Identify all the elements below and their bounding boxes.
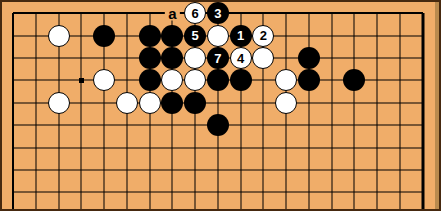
move-number: 1 [237, 29, 244, 42]
intersection-r5c18 [411, 114, 434, 136]
intersection-r7c9 [207, 159, 230, 181]
grid-line-v [308, 159, 309, 181]
grid-line-v [149, 114, 150, 136]
intersection-r0c16 [366, 2, 389, 24]
intersection-r4c3 [70, 92, 93, 114]
intersection-r3c13 [298, 69, 321, 91]
grid-line-v [354, 159, 355, 181]
grid-line-v [263, 159, 264, 181]
black-stone-r4c7 [161, 92, 183, 114]
grid-line-v [354, 24, 355, 46]
intersection-r7c4 [93, 159, 116, 181]
intersection-r0c6 [138, 2, 161, 24]
intersection-r4c7 [161, 92, 184, 114]
intersection-r9c3 [70, 204, 93, 211]
intersection-r9c9 [207, 204, 230, 211]
intersection-r8c11 [252, 181, 275, 203]
grid-line-v [421, 24, 424, 46]
white-stone-r2c8 [184, 47, 206, 69]
move-6-white-stone-r0c8: 6 [184, 2, 206, 24]
grid-line-h [13, 102, 24, 103]
grid-line-v [172, 159, 173, 181]
intersection-r6c9 [207, 136, 230, 158]
intersection-r6c3 [70, 136, 93, 158]
grid-line-v [195, 181, 196, 203]
intersection-r0c17 [389, 2, 412, 24]
grid-line-v [421, 159, 424, 181]
grid-line-v [263, 69, 264, 91]
intersection-r3c7 [161, 69, 184, 91]
intersection-r2c13 [298, 47, 321, 69]
grid-line-v [81, 181, 82, 203]
star-point [79, 78, 84, 83]
intersection-r4c17 [389, 92, 412, 114]
intersection-r8c14 [320, 181, 343, 203]
grid-line-v [126, 114, 127, 136]
grid-line-v [149, 13, 150, 24]
intersection-r5c10 [229, 114, 252, 136]
grid-line-v [240, 136, 241, 158]
move-number: 3 [214, 7, 221, 20]
grid-line-v [104, 159, 105, 181]
grid-line-v [81, 136, 82, 158]
intersection-r0c15 [343, 2, 366, 24]
grid-line-v [400, 159, 401, 181]
grid-line-v [286, 114, 287, 136]
grid-line-v [400, 13, 401, 24]
intersection-r4c6 [138, 92, 161, 114]
grid-line-v [126, 13, 127, 24]
grid-line-v [240, 181, 241, 203]
intersection-r8c0 [2, 181, 25, 203]
grid-line-h [13, 58, 24, 59]
grid-line-v [81, 47, 82, 69]
intersection-r5c7 [161, 114, 184, 136]
grid-line-v [308, 204, 309, 211]
intersection-r4c4 [93, 92, 116, 114]
white-stone-r4c12 [275, 92, 297, 114]
intersection-r8c18 [411, 181, 434, 203]
intersection-r4c8 [184, 92, 207, 114]
grid-line-v [58, 159, 59, 181]
grid-line-h [13, 125, 24, 126]
grid-line-v [195, 159, 196, 181]
intersection-r0c3 [70, 2, 93, 24]
intersection-r2c14 [320, 47, 343, 69]
intersection-r4c14 [320, 92, 343, 114]
intersection-r1c4 [93, 24, 116, 46]
grid-line-v [400, 181, 401, 203]
grid-line-h [13, 192, 24, 193]
grid-line-v [217, 92, 218, 114]
intersection-r1c8: 5 [184, 24, 207, 46]
black-stone-r1c6 [139, 25, 161, 47]
intersection-r5c6 [138, 114, 161, 136]
intersection-r7c1 [24, 159, 47, 181]
grid-line-v [400, 204, 401, 211]
grid-line-v [377, 69, 378, 91]
white-stone-r2c11 [252, 47, 274, 69]
intersection-r0c7: a [161, 2, 184, 24]
grid-line-h [13, 147, 24, 148]
grid-line-v [331, 136, 332, 158]
intersection-r5c14 [320, 114, 343, 136]
grid-line-v [331, 181, 332, 203]
grid-line-v [35, 136, 36, 158]
intersection-r8c15 [343, 181, 366, 203]
intersection-r3c8 [184, 69, 207, 91]
grid-line-v [400, 24, 401, 46]
intersection-r5c4 [93, 114, 116, 136]
grid-line-v [58, 47, 59, 69]
move-1-black-stone-r1c10: 1 [230, 25, 252, 47]
grid-line-v [126, 69, 127, 91]
intersection-r9c8 [184, 204, 207, 211]
intersection-r1c16 [366, 24, 389, 46]
intersection-r8c9 [207, 181, 230, 203]
grid-line-v [331, 92, 332, 114]
intersection-r0c1 [24, 2, 47, 24]
grid-line-v [12, 204, 14, 211]
grid-line-v [263, 136, 264, 158]
grid-line-v [286, 159, 287, 181]
grid-line-v [286, 47, 287, 69]
intersection-r7c11 [252, 159, 275, 181]
intersection-r0c10 [229, 2, 252, 24]
intersection-r1c13 [298, 24, 321, 46]
intersection-r7c15 [343, 159, 366, 181]
intersection-r9c5 [115, 204, 138, 211]
intersection-r1c3 [70, 24, 93, 46]
intersection-r3c5 [115, 69, 138, 91]
intersection-r4c11 [252, 92, 275, 114]
intersection-r4c16 [366, 92, 389, 114]
white-stone-r1c9 [207, 25, 229, 47]
grid-line-v [217, 204, 218, 211]
grid-line-v [58, 136, 59, 158]
grid-line-v [286, 204, 287, 211]
intersection-r6c0 [2, 136, 25, 158]
move-number: 2 [260, 29, 267, 42]
grid-line-v [377, 13, 378, 24]
grid-line-v [35, 13, 36, 24]
grid-line-v [377, 204, 378, 211]
intersection-r7c7 [161, 159, 184, 181]
go-diagram: a6351274 [0, 0, 441, 211]
grid-line-v [354, 136, 355, 158]
move-4-white-stone-r2c10: 4 [230, 47, 252, 69]
black-stone-r3c13 [298, 69, 320, 91]
grid-line-v [286, 13, 287, 24]
intersection-r2c18 [411, 47, 434, 69]
move-7-black-stone-r2c9: 7 [207, 47, 229, 69]
intersection-r5c2 [47, 114, 70, 136]
intersection-r7c18 [411, 159, 434, 181]
grid-line-v [331, 114, 332, 136]
grid-line-v [331, 69, 332, 91]
intersection-r9c1 [24, 204, 47, 211]
grid-line-v [12, 159, 14, 181]
intersection-r7c5 [115, 159, 138, 181]
grid-line-v [126, 204, 127, 211]
grid-line-v [286, 136, 287, 158]
grid-line-v [35, 69, 36, 91]
intersection-r6c11 [252, 136, 275, 158]
grid-line-v [377, 47, 378, 69]
intersection-r1c5 [115, 24, 138, 46]
grid-line-h [13, 12, 24, 14]
grid-line-h [13, 35, 24, 36]
grid-line-v [263, 92, 264, 114]
intersection-r1c1 [24, 24, 47, 46]
grid-line-v [331, 159, 332, 181]
intersection-r9c6 [138, 204, 161, 211]
intersection-r6c7 [161, 136, 184, 158]
intersection-r4c18 [411, 92, 434, 114]
grid-line-v [400, 47, 401, 69]
grid-line-v [12, 136, 14, 158]
grid-line-v [331, 204, 332, 211]
intersection-r4c1 [24, 92, 47, 114]
intersection-r5c5 [115, 114, 138, 136]
intersection-r8c4 [93, 181, 116, 203]
intersection-r8c10 [229, 181, 252, 203]
grid-line-v [286, 181, 287, 203]
intersection-r8c13 [298, 181, 321, 203]
intersection-r5c13 [298, 114, 321, 136]
grid-line-v [354, 47, 355, 69]
grid-line-v [58, 69, 59, 91]
intersection-r8c12 [275, 181, 298, 203]
intersection-r0c13 [298, 2, 321, 24]
grid-line-v [240, 13, 241, 24]
intersection-r0c4 [93, 2, 116, 24]
intersection-r1c0 [2, 24, 25, 46]
intersection-r3c11 [252, 69, 275, 91]
grid-line-v [308, 13, 309, 24]
intersection-r2c3 [70, 47, 93, 69]
grid-line-v [377, 181, 378, 203]
grid-line-v [104, 13, 105, 24]
grid-line-v [421, 13, 424, 24]
grid-line-v [58, 181, 59, 203]
intersection-r2c12 [275, 47, 298, 69]
grid-line-v [35, 24, 36, 46]
grid-line-v [377, 24, 378, 46]
intersection-r3c12 [275, 69, 298, 91]
grid-line-v [104, 47, 105, 69]
intersection-r0c14 [320, 2, 343, 24]
intersection-r7c6 [138, 159, 161, 181]
intersection-r8c8 [184, 181, 207, 203]
intersection-r8c16 [366, 181, 389, 203]
grid-line-v [35, 47, 36, 69]
intersection-r2c0 [2, 47, 25, 69]
grid-line-v [58, 13, 59, 24]
move-3-black-stone-r0c9: 3 [207, 2, 229, 24]
intersection-r0c11 [252, 2, 275, 24]
grid-line-v [240, 114, 241, 136]
grid-line-v [377, 136, 378, 158]
intersection-r9c7 [161, 204, 184, 211]
grid-line-v [421, 114, 424, 136]
grid-line-v [354, 92, 355, 114]
intersection-r6c15 [343, 136, 366, 158]
intersection-r7c0 [2, 159, 25, 181]
intersection-r7c12 [275, 159, 298, 181]
intersection-r3c17 [389, 69, 412, 91]
grid-line-v [12, 92, 14, 114]
intersection-r9c0 [2, 204, 25, 211]
intersection-r7c2 [47, 159, 70, 181]
grid-line-v [12, 181, 14, 203]
intersection-r8c2 [47, 181, 70, 203]
point-label-a: a [165, 6, 179, 21]
intersection-r3c4 [93, 69, 116, 91]
grid-line-v [195, 204, 196, 211]
grid-line-v [308, 92, 309, 114]
grid-line-v [195, 114, 196, 136]
intersection-r0c0 [2, 2, 25, 24]
intersection-r1c6 [138, 24, 161, 46]
intersection-r8c1 [24, 181, 47, 203]
grid-line-h [13, 80, 24, 81]
intersection-r8c7 [161, 181, 184, 203]
grid-line-v [172, 181, 173, 203]
intersection-r6c17 [389, 136, 412, 158]
grid-line-v [421, 92, 424, 114]
intersection-r9c17 [389, 204, 412, 211]
intersection-r1c17 [389, 24, 412, 46]
intersection-r5c11 [252, 114, 275, 136]
intersection-r9c12 [275, 204, 298, 211]
black-stone-r1c4 [93, 25, 115, 47]
intersection-r5c1 [24, 114, 47, 136]
intersection-r2c9: 7 [207, 47, 230, 69]
grid-line-v [331, 13, 332, 24]
grid-line-v [331, 47, 332, 69]
intersection-r1c7 [161, 24, 184, 46]
intersection-r9c4 [93, 204, 116, 211]
intersection-r6c1 [24, 136, 47, 158]
grid-line-v [263, 204, 264, 211]
black-stone-r2c6 [139, 47, 161, 69]
grid-line-v [400, 69, 401, 91]
grid-line-v [126, 24, 127, 46]
grid-line-v [377, 114, 378, 136]
intersection-r5c8 [184, 114, 207, 136]
grid-line-v [377, 92, 378, 114]
grid-line-v [240, 204, 241, 211]
intersection-r9c18 [411, 204, 434, 211]
intersection-r1c12 [275, 24, 298, 46]
intersection-r0c2 [47, 2, 70, 24]
grid-line-v [12, 47, 14, 69]
intersection-r6c4 [93, 136, 116, 158]
grid-line-v [81, 114, 82, 136]
grid-line-v [217, 181, 218, 203]
grid-line-v [172, 136, 173, 158]
intersection-r5c16 [366, 114, 389, 136]
intersection-r4c10 [229, 92, 252, 114]
black-stone-r3c10 [230, 69, 252, 91]
intersection-r4c2 [47, 92, 70, 114]
intersection-r4c0 [2, 92, 25, 114]
intersection-r6c6 [138, 136, 161, 158]
intersection-r3c14 [320, 69, 343, 91]
grid-line-v [421, 204, 424, 211]
white-stone-r3c4 [93, 69, 115, 91]
intersection-r7c10 [229, 159, 252, 181]
grid-line-v [58, 204, 59, 211]
intersection-r3c6 [138, 69, 161, 91]
white-stone-r4c2 [48, 92, 70, 114]
grid-line-v [35, 159, 36, 181]
white-stone-r1c2 [48, 25, 70, 47]
grid-line-v [149, 181, 150, 203]
intersection-r6c18 [411, 136, 434, 158]
grid-line-v [12, 114, 14, 136]
grid-line-v [240, 159, 241, 181]
grid-line-v [12, 69, 14, 91]
grid-line-v [81, 13, 82, 24]
grid-line-v [400, 136, 401, 158]
intersection-r1c18 [411, 24, 434, 46]
grid-line-v [308, 114, 309, 136]
grid-line-v [35, 114, 36, 136]
grid-line-v [240, 92, 241, 114]
grid-line-v [104, 92, 105, 114]
intersection-r1c9 [207, 24, 230, 46]
grid-line-v [126, 159, 127, 181]
grid-line-v [421, 136, 424, 158]
intersection-r6c14 [320, 136, 343, 158]
grid-line-v [217, 136, 218, 158]
grid-line-v [172, 204, 173, 211]
move-number: 6 [191, 7, 198, 20]
intersection-r1c15 [343, 24, 366, 46]
grid-line-v [400, 92, 401, 114]
grid-line-v [263, 114, 264, 136]
intersection-r5c17 [389, 114, 412, 136]
intersection-r2c15 [343, 47, 366, 69]
grid-line-v [263, 181, 264, 203]
intersection-r2c6 [138, 47, 161, 69]
intersection-r3c18 [411, 69, 434, 91]
intersection-r3c9 [207, 69, 230, 91]
white-stone-r4c5 [116, 92, 138, 114]
intersection-r3c0 [2, 69, 25, 91]
white-stone-r3c12 [275, 69, 297, 91]
intersection-r3c2 [47, 69, 70, 91]
intersection-r5c12 [275, 114, 298, 136]
grid-line-v [81, 92, 82, 114]
intersection-r2c7 [161, 47, 184, 69]
white-stone-r3c8 [184, 69, 206, 91]
black-stone-r3c6 [139, 69, 161, 91]
intersection-r9c16 [366, 204, 389, 211]
intersection-r6c5 [115, 136, 138, 158]
move-number: 5 [191, 29, 198, 42]
grid-line-v [308, 136, 309, 158]
grid-line-v [149, 136, 150, 158]
intersection-r9c2 [47, 204, 70, 211]
move-number: 7 [214, 52, 221, 65]
intersection-r8c6 [138, 181, 161, 203]
intersection-r9c10 [229, 204, 252, 211]
black-stone-r1c7 [161, 25, 183, 47]
grid-line-v [217, 159, 218, 181]
